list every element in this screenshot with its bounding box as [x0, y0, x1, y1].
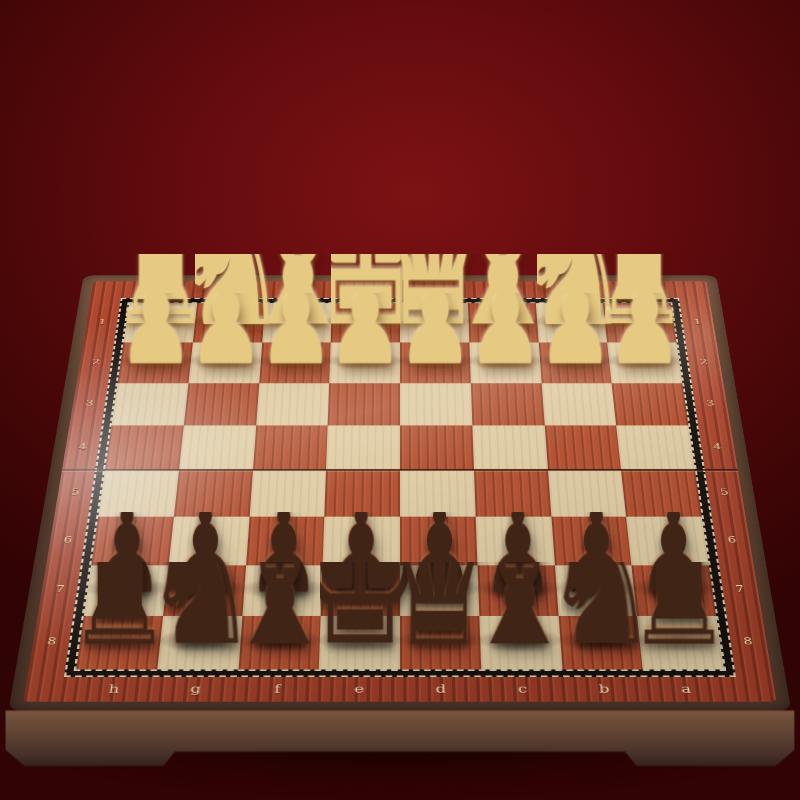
piece-white-pawn-e2: ♟	[330, 323, 400, 363]
piece-billboard: ♟	[121, 293, 191, 363]
piece-white-pawn-f2: ♟	[260, 323, 331, 363]
pieces-layer: ♜♞♝♚♛♝♞♜♟♟♟♟♟♟♟♟♟♟♟♟♟♟♟♟♜♞♝♚♛♝♞♜	[8, 275, 791, 711]
piece-white-pawn-b2: ♟	[537, 323, 610, 363]
piece-billboard: ♟	[540, 293, 610, 363]
piece-white-pawn-a2: ♟	[605, 323, 679, 363]
black-rook-glyph: ♜	[625, 495, 735, 671]
piece-billboard: ♟	[400, 293, 470, 363]
piece-white-pawn-h2: ♟	[121, 323, 195, 363]
piece-billboard: ♟	[610, 293, 680, 363]
piece-white-pawn-d2: ♟	[400, 323, 470, 363]
rank-label-right-3: 3	[694, 399, 726, 408]
chess-board: ♜♞♝♚♛♝♞♜♟♟♟♟♟♟♟♟♟♟♟♟♟♟♟♟♜♞♝♚♛♝♞♜ hgfedcb…	[8, 275, 791, 711]
scene: ♜♞♝♚♛♝♞♜♟♟♟♟♟♟♟♟♟♟♟♟♟♟♟♟♜♞♝♚♛♝♞♜ hgfedcb…	[0, 0, 800, 800]
piece-white-pawn-c2: ♟	[468, 323, 539, 363]
piece-black-rook-a8: ♜	[634, 590, 720, 642]
rank-label-left-3: 3	[73, 399, 105, 408]
product-photo-stage: ♜♞♝♚♛♝♞♜♟♟♟♟♟♟♟♟♟♟♟♟♟♟♟♟♜♞♝♚♛♝♞♜ hgfedcb…	[0, 0, 800, 800]
board-front-edge	[5, 710, 795, 766]
rank-label-right-8: 8	[730, 636, 766, 647]
piece-billboard: ♜	[640, 562, 720, 642]
piece-billboard: ♟	[330, 293, 400, 363]
piece-billboard: ♟	[190, 293, 260, 363]
piece-billboard: ♟	[470, 293, 540, 363]
piece-billboard: ♟	[260, 293, 330, 363]
piece-white-pawn-g2: ♟	[190, 323, 263, 363]
